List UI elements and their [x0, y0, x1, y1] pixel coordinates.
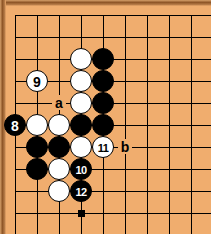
- move-number: 11: [98, 142, 109, 153]
- grid-line-vertical: [191, 15, 192, 234]
- stone-black-move-8: 8: [4, 114, 26, 136]
- stone-white-move-9: 9: [26, 70, 48, 92]
- stone-black: [26, 136, 48, 158]
- stone-white: [70, 92, 92, 114]
- stone-white: [26, 114, 48, 136]
- grid-line-horizontal: [15, 213, 211, 214]
- grid-line-vertical: [169, 15, 170, 234]
- star-point: [78, 210, 85, 217]
- move-number: 9: [33, 75, 41, 89]
- stone-black: [26, 158, 48, 180]
- board-label-a: a: [52, 95, 66, 110]
- move-number: 12: [75, 186, 86, 197]
- stone-black: [92, 92, 114, 114]
- stone-white: [48, 180, 70, 202]
- grid-line-horizontal: [15, 37, 211, 38]
- stone-black: [70, 114, 92, 136]
- stone-black: [92, 70, 114, 92]
- stone-white: [70, 48, 92, 70]
- stone-white: [70, 136, 92, 158]
- stone-white-move-11: 11: [92, 136, 114, 158]
- board-label-b: b: [118, 139, 132, 154]
- grid-line-horizontal: [15, 191, 211, 192]
- stone-white: [48, 114, 70, 136]
- stone-black: [92, 48, 114, 70]
- stone-black-move-10: 10: [70, 158, 92, 180]
- go-board: ab98111012: [0, 0, 211, 234]
- stone-white: [70, 70, 92, 92]
- grid-line-horizontal: [15, 15, 211, 16]
- stone-black-move-12: 12: [70, 180, 92, 202]
- stone-black: [92, 114, 114, 136]
- stone-black: [48, 136, 70, 158]
- board-frame-left: [0, 0, 6, 234]
- stone-white: [48, 158, 70, 180]
- grid-line-vertical: [125, 15, 126, 234]
- board-frame-top: [0, 0, 211, 6]
- move-number: 10: [75, 164, 86, 175]
- grid-line-vertical: [147, 15, 148, 234]
- move-number: 8: [11, 119, 19, 133]
